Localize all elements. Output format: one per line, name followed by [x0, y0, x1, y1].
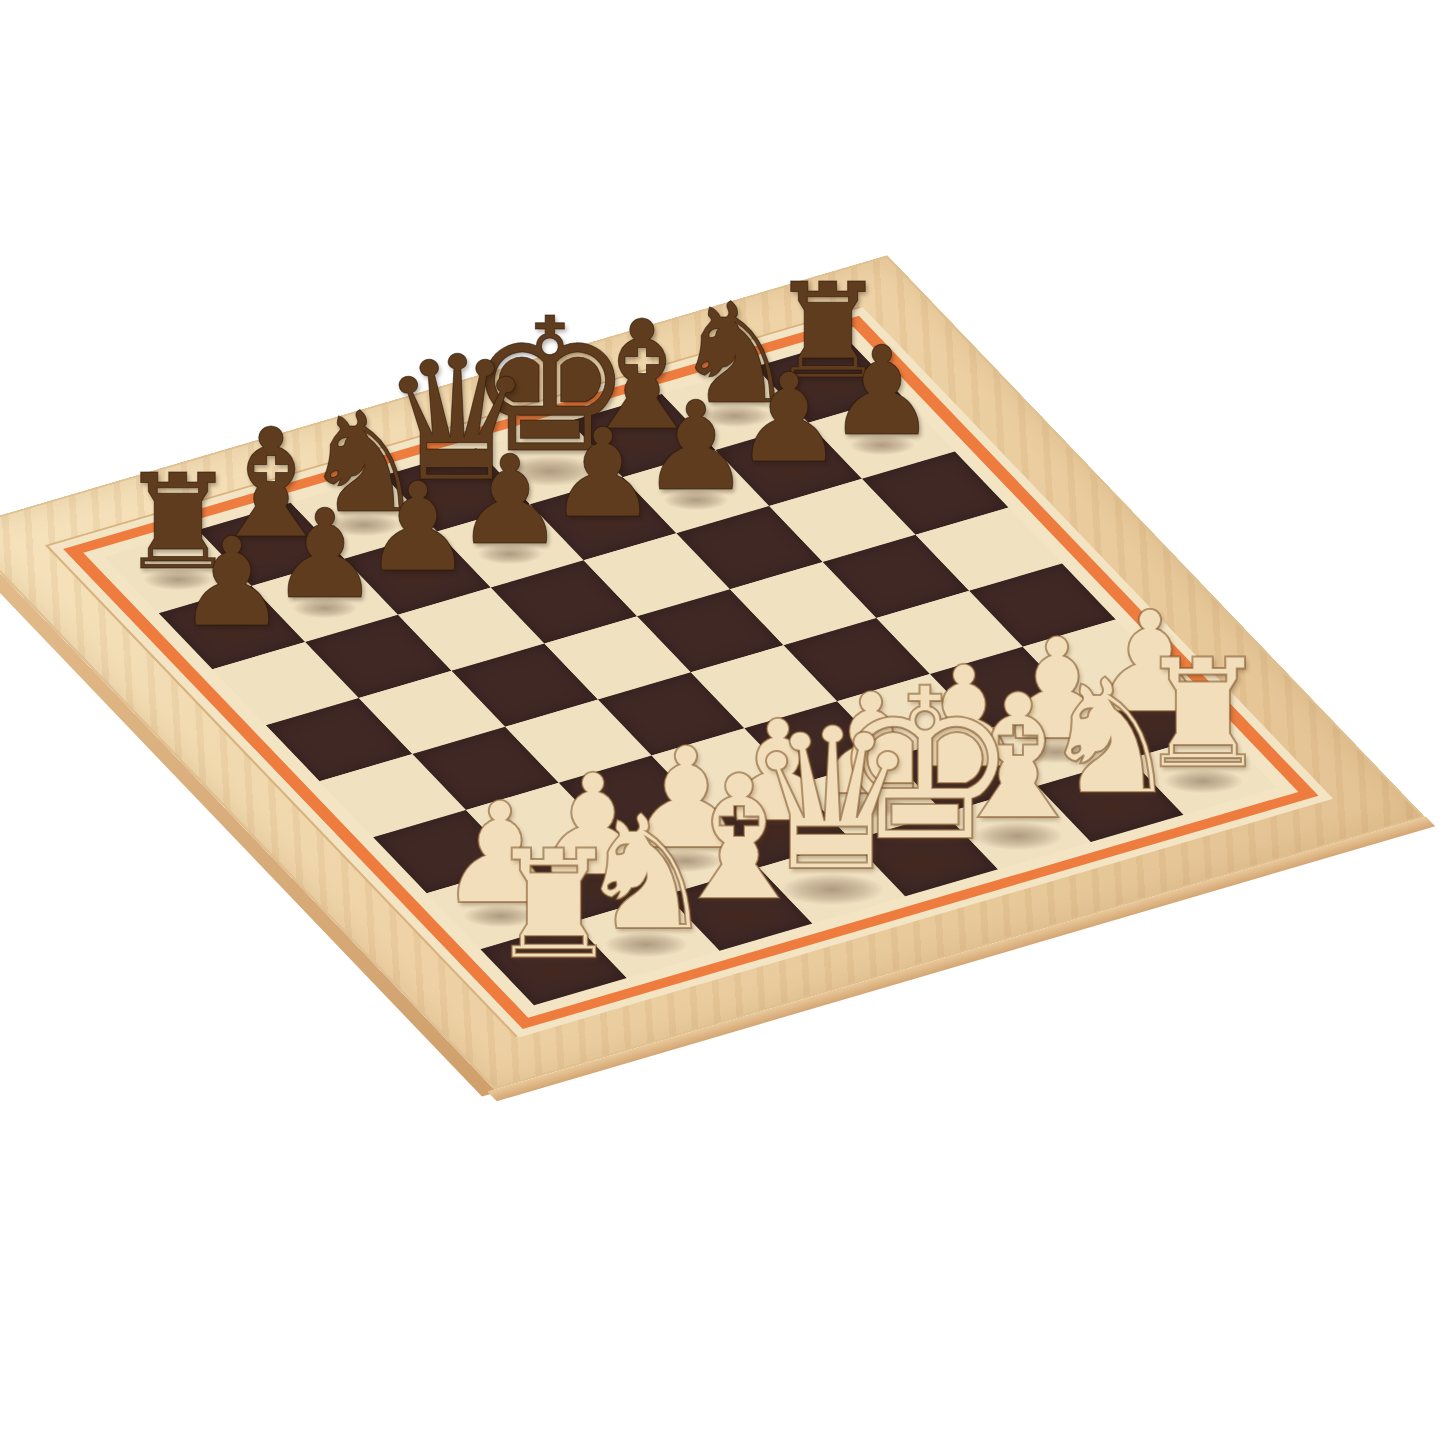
chess-set-product-photo: ♜♝♞♛♚♝♞♜♟♟♟♟♟♟♟♟♟♟♟♟♟♟♟♟♜♞♝♛♚♝♞♜	[0, 0, 1446, 1446]
chess-board	[0, 255, 1425, 1089]
